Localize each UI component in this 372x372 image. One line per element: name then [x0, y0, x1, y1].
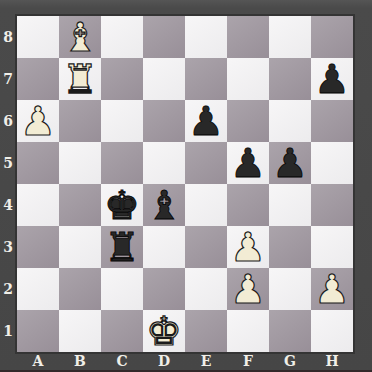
piece-white-rook-b7[interactable]: ♜ [62, 58, 98, 100]
square-h7[interactable]: ♟ [311, 58, 353, 100]
chess-diagram: ♝♜♟♟♟♟♟♚♝♜♟♟♟♚ 8 7 6 5 4 3 2 1 A B C D E… [0, 0, 372, 372]
file-label-c: C [101, 352, 143, 372]
square-c8[interactable] [101, 16, 143, 58]
square-a5[interactable] [17, 142, 59, 184]
piece-black-pawn-g5[interactable]: ♟ [272, 142, 308, 184]
square-h1[interactable] [311, 310, 353, 352]
rank-label-6: 6 [0, 100, 16, 142]
square-e7[interactable] [185, 58, 227, 100]
rank-label-1: 1 [0, 310, 16, 352]
file-label-g: G [269, 352, 311, 372]
rank-label-7: 7 [0, 58, 16, 100]
piece-black-rook-c3[interactable]: ♜ [104, 226, 140, 268]
piece-white-king-d1[interactable]: ♚ [146, 310, 182, 352]
square-e8[interactable] [185, 16, 227, 58]
file-label-h: H [311, 352, 353, 372]
square-f5[interactable]: ♟ [227, 142, 269, 184]
square-b6[interactable] [59, 100, 101, 142]
file-label-d: D [143, 352, 185, 372]
square-e1[interactable] [185, 310, 227, 352]
square-b5[interactable] [59, 142, 101, 184]
rank-label-3: 3 [0, 226, 16, 268]
square-b1[interactable] [59, 310, 101, 352]
square-d5[interactable] [143, 142, 185, 184]
square-f3[interactable]: ♟ [227, 226, 269, 268]
square-f2[interactable]: ♟ [227, 268, 269, 310]
rank-label-2: 2 [0, 268, 16, 310]
piece-black-king-c4[interactable]: ♚ [104, 184, 140, 226]
piece-white-bishop-b8[interactable]: ♝ [62, 16, 98, 58]
file-label-a: A [17, 352, 59, 372]
file-label-f: F [227, 352, 269, 372]
square-b2[interactable] [59, 268, 101, 310]
piece-white-pawn-f3[interactable]: ♟ [230, 226, 266, 268]
piece-black-pawn-f5[interactable]: ♟ [230, 142, 266, 184]
square-h3[interactable] [311, 226, 353, 268]
square-b8[interactable]: ♝ [59, 16, 101, 58]
square-b7[interactable]: ♜ [59, 58, 101, 100]
square-g7[interactable] [269, 58, 311, 100]
square-g2[interactable] [269, 268, 311, 310]
file-label-b: B [59, 352, 101, 372]
square-b3[interactable] [59, 226, 101, 268]
rank-label-4: 4 [0, 184, 16, 226]
square-g6[interactable] [269, 100, 311, 142]
square-a8[interactable] [17, 16, 59, 58]
square-d2[interactable] [143, 268, 185, 310]
rank-label-8: 8 [0, 16, 16, 58]
square-f6[interactable] [227, 100, 269, 142]
square-b4[interactable] [59, 184, 101, 226]
square-h4[interactable] [311, 184, 353, 226]
square-c7[interactable] [101, 58, 143, 100]
square-a4[interactable] [17, 184, 59, 226]
square-h6[interactable] [311, 100, 353, 142]
piece-black-pawn-e6[interactable]: ♟ [188, 100, 224, 142]
square-h2[interactable]: ♟ [311, 268, 353, 310]
square-a7[interactable] [17, 58, 59, 100]
square-d7[interactable] [143, 58, 185, 100]
square-e6[interactable]: ♟ [185, 100, 227, 142]
piece-white-pawn-a6[interactable]: ♟ [20, 100, 56, 142]
square-d4[interactable]: ♝ [143, 184, 185, 226]
square-f8[interactable] [227, 16, 269, 58]
square-a3[interactable] [17, 226, 59, 268]
piece-white-pawn-f2[interactable]: ♟ [230, 268, 266, 310]
square-f1[interactable] [227, 310, 269, 352]
square-e3[interactable] [185, 226, 227, 268]
piece-black-bishop-d4[interactable]: ♝ [146, 184, 182, 226]
square-f4[interactable] [227, 184, 269, 226]
square-h5[interactable] [311, 142, 353, 184]
square-c1[interactable] [101, 310, 143, 352]
square-d3[interactable] [143, 226, 185, 268]
square-e4[interactable] [185, 184, 227, 226]
square-g1[interactable] [269, 310, 311, 352]
chess-board: ♝♜♟♟♟♟♟♚♝♜♟♟♟♚ [17, 16, 353, 352]
square-g3[interactable] [269, 226, 311, 268]
rank-label-5: 5 [0, 142, 16, 184]
square-a1[interactable] [17, 310, 59, 352]
square-e2[interactable] [185, 268, 227, 310]
square-c5[interactable] [101, 142, 143, 184]
square-d6[interactable] [143, 100, 185, 142]
piece-black-pawn-h7[interactable]: ♟ [314, 58, 350, 100]
square-g4[interactable] [269, 184, 311, 226]
square-c2[interactable] [101, 268, 143, 310]
square-h8[interactable] [311, 16, 353, 58]
square-c4[interactable]: ♚ [101, 184, 143, 226]
square-c6[interactable] [101, 100, 143, 142]
square-a6[interactable]: ♟ [17, 100, 59, 142]
file-label-e: E [185, 352, 227, 372]
piece-white-pawn-h2[interactable]: ♟ [314, 268, 350, 310]
square-g5[interactable]: ♟ [269, 142, 311, 184]
square-f7[interactable] [227, 58, 269, 100]
square-e5[interactable] [185, 142, 227, 184]
square-d8[interactable] [143, 16, 185, 58]
square-c3[interactable]: ♜ [101, 226, 143, 268]
square-a2[interactable] [17, 268, 59, 310]
square-d1[interactable]: ♚ [143, 310, 185, 352]
square-g8[interactable] [269, 16, 311, 58]
